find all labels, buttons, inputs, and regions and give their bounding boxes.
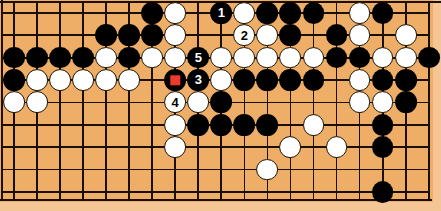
grid-line-v <box>105 181 107 200</box>
board-cell <box>394 2 417 24</box>
board-cell <box>95 136 118 158</box>
board-cell <box>118 114 141 136</box>
black-stone <box>280 24 302 46</box>
board-cell <box>256 91 279 113</box>
grid-line-v <box>59 181 61 200</box>
board-cell <box>141 24 164 46</box>
board-cell <box>25 24 48 46</box>
white-stone <box>210 69 232 91</box>
grid-line-v <box>267 181 269 200</box>
grid-line-v <box>13 24 15 46</box>
board-cell <box>164 24 187 46</box>
board-cell <box>187 114 210 136</box>
move-number-label: 4 <box>165 93 185 113</box>
board-cell <box>348 136 371 158</box>
board-cell <box>48 2 71 24</box>
grid-line-v <box>174 158 176 180</box>
board-cell <box>2 24 25 46</box>
grid-line-v <box>174 181 176 200</box>
board-cell: 2 <box>233 24 256 46</box>
grid-line-v <box>59 158 61 180</box>
board-cell <box>371 136 394 158</box>
grid-line-v <box>244 136 246 158</box>
board-cell <box>187 91 210 113</box>
board-cell <box>394 69 417 91</box>
board-cell <box>371 158 394 180</box>
board-cell <box>118 69 141 91</box>
board-cell <box>210 69 233 91</box>
board-cell <box>210 114 233 136</box>
board-cell <box>118 2 141 24</box>
white-stone <box>257 24 279 46</box>
grid-line-v <box>36 24 38 46</box>
board-cell <box>256 158 279 180</box>
grid-line-v <box>13 181 15 200</box>
grid-line-v <box>128 136 130 158</box>
white-stone <box>26 92 48 114</box>
grid-line-v <box>405 114 407 136</box>
white-stone <box>372 92 394 114</box>
grid-line-v <box>313 24 315 46</box>
white-stone <box>280 136 302 158</box>
white-stone <box>164 2 186 24</box>
board-cell <box>302 2 325 24</box>
grid-line-v <box>313 181 315 200</box>
white-stone <box>233 2 255 24</box>
white-stone <box>257 47 279 69</box>
board-cell <box>164 46 187 68</box>
go-board: 12534 <box>2 2 440 204</box>
board-cell <box>371 24 394 46</box>
board-cell <box>95 24 118 46</box>
grid-line-v <box>290 181 292 200</box>
board-cell <box>2 136 25 158</box>
grid-line-v <box>151 136 153 158</box>
white-stone <box>164 114 186 136</box>
board-cell <box>210 91 233 113</box>
board-cell <box>95 158 118 180</box>
white-stone <box>118 69 140 91</box>
grid-line-v <box>13 114 15 136</box>
black-stone <box>233 114 255 136</box>
board-cell <box>48 136 71 158</box>
black-stone <box>233 69 255 91</box>
black-stone <box>49 47 71 69</box>
grid-line-v <box>36 2 38 24</box>
grid-line-v <box>313 136 315 158</box>
grid-line-v <box>428 114 430 136</box>
board-cell <box>256 24 279 46</box>
board-cell <box>2 91 25 113</box>
board-cell <box>187 24 210 46</box>
board-cell <box>141 136 164 158</box>
black-stone <box>141 24 163 46</box>
black-stone <box>257 114 279 136</box>
grid-line-v <box>13 158 15 180</box>
board-cell <box>72 24 95 46</box>
white-stone <box>95 69 117 91</box>
grid-line-v <box>267 91 269 113</box>
grid-line-v <box>336 114 338 136</box>
grid-line-v <box>82 91 84 113</box>
board-cell <box>141 91 164 113</box>
grid-line-v <box>244 181 246 200</box>
grid-line-v <box>405 2 407 24</box>
board-cell <box>279 91 302 113</box>
board-cell <box>95 46 118 68</box>
black-stone <box>395 69 417 91</box>
board-cell <box>279 24 302 46</box>
white-stone <box>233 47 255 69</box>
board-cell <box>394 114 417 136</box>
board-cell <box>72 2 95 24</box>
board-cell <box>210 46 233 68</box>
board-cell <box>348 91 371 113</box>
board-cell <box>164 2 187 24</box>
white-stone: 4 <box>164 92 186 114</box>
white-stone <box>349 24 371 46</box>
board-cell <box>2 158 25 180</box>
grid-line-v <box>13 136 15 158</box>
move-number-label: 2 <box>234 25 254 45</box>
board-cell <box>417 2 440 24</box>
board-cell <box>72 46 95 68</box>
grid-line-v <box>359 158 361 180</box>
white-stone <box>395 47 417 69</box>
grid-line-v <box>359 136 361 158</box>
grid-line-v <box>405 136 407 158</box>
board-cell <box>302 158 325 180</box>
board-cell <box>279 2 302 24</box>
grid-line-v <box>82 136 84 158</box>
board-cell <box>164 69 187 91</box>
grid-line-v <box>151 69 153 91</box>
grid-line-v <box>359 114 361 136</box>
white-stone <box>164 136 186 158</box>
board-cell <box>325 69 348 91</box>
board-cell <box>394 91 417 113</box>
board-cell <box>302 114 325 136</box>
grid-line-v <box>428 158 430 180</box>
board-cell <box>48 46 71 68</box>
grid-line-v <box>428 181 430 200</box>
grid-line-v <box>82 114 84 136</box>
black-stone <box>303 2 325 24</box>
grid-line-v <box>105 2 107 24</box>
board-cell <box>95 2 118 24</box>
grid-line-v <box>128 158 130 180</box>
move-number-label: 5 <box>187 47 209 69</box>
board-cell <box>256 114 279 136</box>
white-stone <box>303 114 325 136</box>
white-stone <box>372 47 394 69</box>
board-cell <box>210 136 233 158</box>
board-cell <box>25 69 48 91</box>
board-cell <box>371 2 394 24</box>
white-stone <box>95 47 117 69</box>
black-stone <box>164 69 186 91</box>
grid-line-v <box>313 158 315 180</box>
board-cell <box>325 114 348 136</box>
grid-line-v <box>382 158 384 180</box>
board-cell <box>325 24 348 46</box>
board-cell <box>233 69 256 91</box>
black-stone <box>210 114 232 136</box>
board-cell <box>48 91 71 113</box>
board-cell <box>2 2 25 24</box>
board-cell <box>256 2 279 24</box>
grid-line-v <box>359 181 361 200</box>
black-stone <box>3 69 25 91</box>
board-cell <box>141 114 164 136</box>
board-cell <box>25 114 48 136</box>
grid-line-v <box>36 136 38 158</box>
board-cell <box>325 158 348 180</box>
board-bottom-margin <box>0 202 441 211</box>
board-cell <box>48 24 71 46</box>
white-stone <box>349 69 371 91</box>
board-cell <box>348 24 371 46</box>
grid-line-v <box>82 24 84 46</box>
white-stone <box>280 47 302 69</box>
grid-line-v <box>313 91 315 113</box>
board-cell <box>371 91 394 113</box>
black-stone: 5 <box>187 47 209 69</box>
white-stone <box>164 24 186 46</box>
grid-line-v <box>336 69 338 91</box>
grid-line-v <box>428 91 430 113</box>
grid-line-v <box>428 69 430 91</box>
board-cell <box>187 136 210 158</box>
board-cell <box>25 2 48 24</box>
grid-line-v <box>428 136 430 158</box>
board-cell <box>417 24 440 46</box>
black-stone <box>3 47 25 69</box>
board-cell <box>371 69 394 91</box>
white-stone <box>187 92 209 114</box>
grid-line-v <box>105 114 107 136</box>
black-stone <box>187 114 209 136</box>
black-stone <box>418 47 440 69</box>
board-cell <box>348 69 371 91</box>
board-cell <box>95 91 118 113</box>
grid-line-v <box>36 181 38 200</box>
board-cell <box>417 114 440 136</box>
grid-line-v <box>336 181 338 200</box>
board-cell <box>279 136 302 158</box>
go-diagram: 12534 <box>0 0 441 211</box>
board-cell <box>394 24 417 46</box>
grid-line-v <box>197 2 199 24</box>
grid-line-v <box>128 114 130 136</box>
grid-line-v <box>82 181 84 200</box>
board-bottom-frame-line <box>0 199 432 201</box>
grid-line-v <box>428 2 430 24</box>
black-stone: 3 <box>187 69 209 91</box>
grid-line-v <box>244 158 246 180</box>
grid-line-v <box>197 181 199 200</box>
grid-line-v <box>197 24 199 46</box>
board-cell <box>233 158 256 180</box>
board-cell <box>325 136 348 158</box>
board-cell <box>2 46 25 68</box>
grid-line-v <box>105 158 107 180</box>
grid-line-v <box>105 91 107 113</box>
board-cell <box>118 91 141 113</box>
black-stone <box>326 24 348 46</box>
board-cell <box>279 69 302 91</box>
grid-line-v <box>382 24 384 46</box>
grid-line-v <box>290 158 292 180</box>
board-cell <box>72 69 95 91</box>
white-stone <box>257 159 279 181</box>
grid-line-v <box>405 181 407 200</box>
board-cell <box>72 136 95 158</box>
white-stone <box>210 47 232 69</box>
white-stone <box>326 136 348 158</box>
black-stone <box>257 2 279 24</box>
board-cell <box>187 158 210 180</box>
board-cell <box>302 91 325 113</box>
grid-line-v <box>151 91 153 113</box>
board-cell <box>417 69 440 91</box>
black-stone <box>280 69 302 91</box>
grid-line-v <box>151 181 153 200</box>
grid-line-v <box>267 136 269 158</box>
white-stone <box>141 47 163 69</box>
grid-line-v <box>428 24 430 46</box>
move-number-label: 3 <box>187 69 209 91</box>
grid-line-v <box>220 24 222 46</box>
board-cell <box>233 2 256 24</box>
black-stone <box>372 136 394 158</box>
black-stone <box>141 2 163 24</box>
black-stone <box>372 2 394 24</box>
board-cell <box>348 46 371 68</box>
board-cell <box>371 46 394 68</box>
board-cell <box>256 69 279 91</box>
board-cell <box>25 91 48 113</box>
square-marker <box>170 75 180 85</box>
board-cell <box>302 69 325 91</box>
board-cell <box>279 46 302 68</box>
grid-line-v <box>220 136 222 158</box>
white-stone <box>349 92 371 114</box>
board-cell <box>141 158 164 180</box>
grid-line-v <box>13 2 15 24</box>
board-cell <box>394 158 417 180</box>
grid-line-v <box>151 114 153 136</box>
board-cell <box>118 158 141 180</box>
board-cell <box>348 158 371 180</box>
board-cell <box>187 2 210 24</box>
board-cell <box>2 69 25 91</box>
black-stone <box>95 24 117 46</box>
board-cell <box>25 136 48 158</box>
black-stone <box>349 47 371 69</box>
board-cell <box>95 69 118 91</box>
grid-line-v <box>336 158 338 180</box>
board-cell <box>325 91 348 113</box>
board-cell <box>348 2 371 24</box>
board-cell: 1 <box>210 2 233 24</box>
board-cell <box>233 114 256 136</box>
black-stone <box>72 47 94 69</box>
board-cell <box>233 46 256 68</box>
board-cell <box>325 46 348 68</box>
white-stone <box>3 92 25 114</box>
grid-line-v <box>82 2 84 24</box>
white-stone <box>395 24 417 46</box>
board-cell <box>279 114 302 136</box>
board-cell <box>164 158 187 180</box>
black-stone <box>118 47 140 69</box>
board-cell <box>302 136 325 158</box>
grid-line-v <box>105 136 107 158</box>
black-stone <box>210 92 232 114</box>
grid-line-v <box>220 158 222 180</box>
board-cell <box>233 136 256 158</box>
board-cell: 4 <box>164 91 187 113</box>
grid-line-v <box>244 91 246 113</box>
board-cell <box>72 91 95 113</box>
white-stone <box>49 69 71 91</box>
grid-line-v <box>36 114 38 136</box>
board-cell <box>72 158 95 180</box>
white-stone <box>164 47 186 69</box>
board-cell <box>302 46 325 68</box>
white-stone <box>349 2 371 24</box>
black-stone <box>280 2 302 24</box>
grid-line-v <box>59 136 61 158</box>
board-cell <box>233 91 256 113</box>
black-stone <box>395 92 417 114</box>
black-stone <box>26 47 48 69</box>
board-cell <box>118 24 141 46</box>
board-cell <box>95 114 118 136</box>
board-cell <box>72 114 95 136</box>
grid-line-v <box>128 91 130 113</box>
grid-line-v <box>151 158 153 180</box>
black-stone <box>257 69 279 91</box>
black-stone <box>372 69 394 91</box>
board-cell <box>325 2 348 24</box>
board-cell <box>141 2 164 24</box>
board-cell <box>256 136 279 158</box>
board-cell <box>302 24 325 46</box>
black-stone <box>303 69 325 91</box>
board-cell <box>279 158 302 180</box>
board-cell <box>348 114 371 136</box>
board-cell <box>25 158 48 180</box>
black-stone <box>118 24 140 46</box>
grid-line-v <box>220 181 222 200</box>
board-cell: 5 <box>187 46 210 68</box>
grid-line-v <box>336 2 338 24</box>
board-cell <box>256 46 279 68</box>
grid-line-v <box>336 91 338 113</box>
grid-line-v <box>290 114 292 136</box>
board-cell <box>48 114 71 136</box>
board-cell <box>118 46 141 68</box>
board-cell <box>371 114 394 136</box>
board-cell <box>417 46 440 68</box>
board-cell <box>417 158 440 180</box>
board-cell <box>210 158 233 180</box>
board-cell <box>2 114 25 136</box>
white-stone <box>72 69 94 91</box>
grid-line-v <box>59 2 61 24</box>
